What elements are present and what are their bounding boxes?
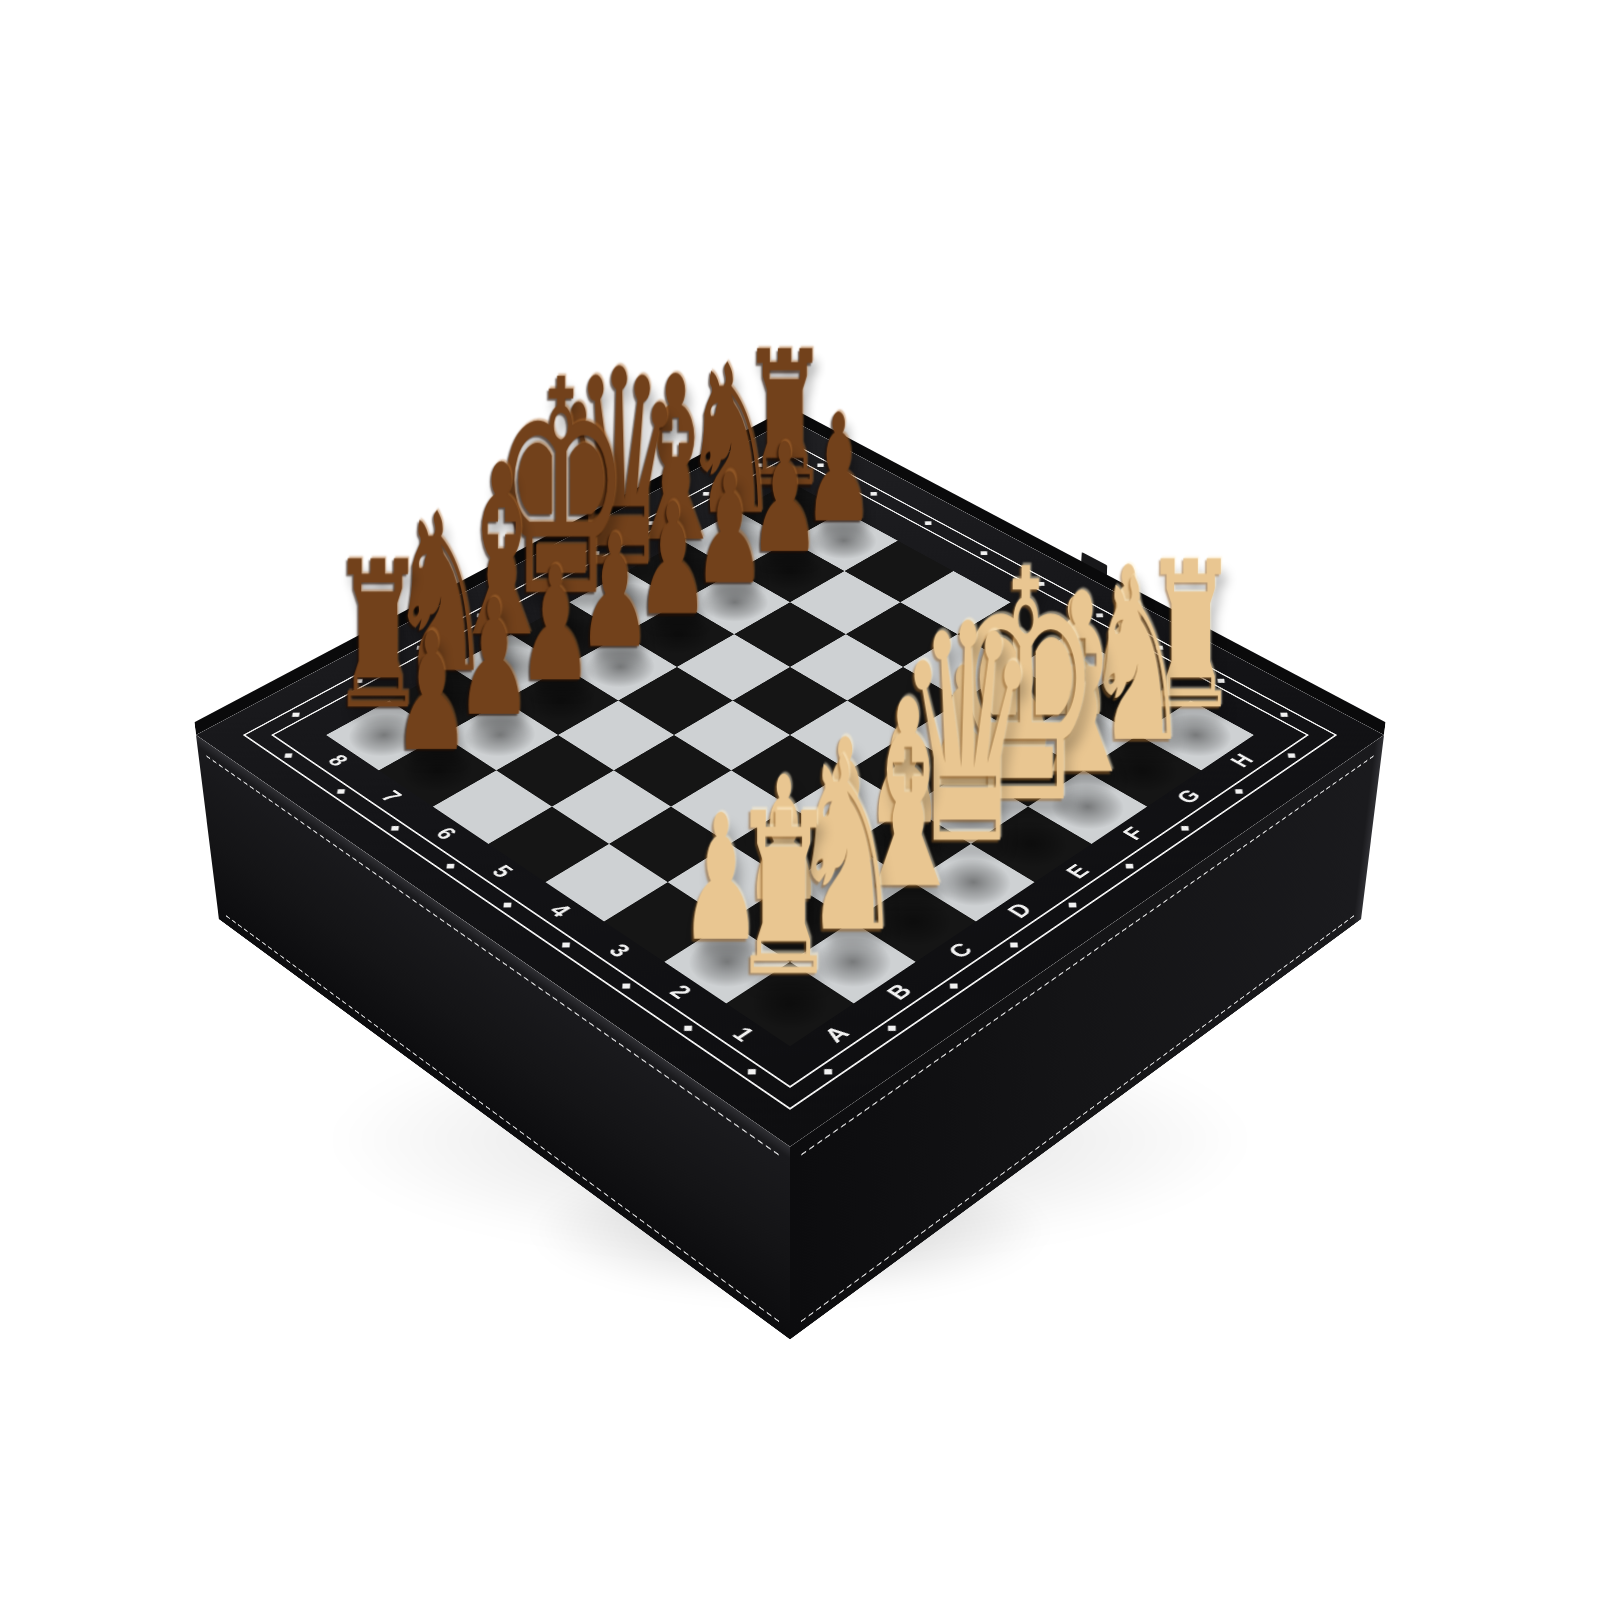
file-label-f: F [1117,823,1150,843]
diamond-marker [1288,753,1296,757]
diamond-marker [824,1069,832,1074]
diamond-marker [1280,713,1288,717]
diamond-marker [622,984,630,989]
square-b6 [496,735,613,807]
file-label-a: A [818,1022,855,1047]
diamond-marker [950,984,958,989]
file-label-g: G [1171,786,1207,808]
diamond-marker [925,521,932,525]
diamond-marker [593,551,600,555]
file-label-b: B [881,980,918,1004]
diamond-marker [1069,903,1077,908]
diamond-marker [817,464,823,467]
diamond-marker [748,1069,756,1074]
diamond-marker [504,903,512,908]
square-a5 [488,807,609,883]
diamond-marker [1010,943,1018,948]
chess-box-3d: ABCDEFGH12345678 ♜♞♝♚♛♝♞♜♟♟♟♟♟♟♟♟♟♟♟♟♟♟♟… [196,419,1384,1147]
diamond-marker [684,1026,692,1031]
rank-label-2: 2 [664,981,697,1003]
rank-label-6: 6 [430,824,462,844]
diamond-marker [703,492,709,495]
file-label-d: D [1002,899,1038,922]
file-label-c: C [942,939,978,962]
pawn-glyph: ♟ [350,611,514,774]
file-label-h: H [1225,750,1259,770]
diamond-marker [1235,789,1243,793]
diamond-marker [648,521,655,525]
rank-label-3: 3 [603,940,636,961]
product-photo: ABCDEFGH12345678 ♜♞♝♚♛♝♞♜♟♟♟♟♟♟♟♟♟♟♟♟♟♟♟… [0,0,1600,1600]
rank-label-7: 7 [376,787,408,806]
diamond-marker [447,864,455,869]
diamond-marker [284,753,292,757]
diamond-marker [1181,826,1189,831]
diamond-marker [871,492,877,495]
rank-label-5: 5 [486,861,519,881]
file-label-e: E [1060,861,1095,882]
rook-glyph: ♜ [695,784,872,1007]
diamond-marker [337,789,345,793]
square-a6 [433,770,552,844]
diamond-marker [1126,864,1134,869]
diamond-marker [562,943,570,948]
rank-label-4: 4 [544,900,577,921]
diamond-marker [756,464,762,467]
diamond-marker [888,1026,896,1031]
diamond-marker [391,826,399,831]
rank-label-1: 1 [727,1023,761,1046]
